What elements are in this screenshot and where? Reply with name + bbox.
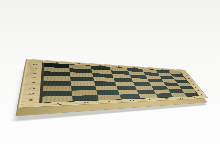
rank-label-right: 1 <box>197 92 206 96</box>
rank-label-left: 1 <box>20 97 41 104</box>
photo-background: AABBCCDDEEFFGGHH8877665544332211 <box>0 0 220 165</box>
